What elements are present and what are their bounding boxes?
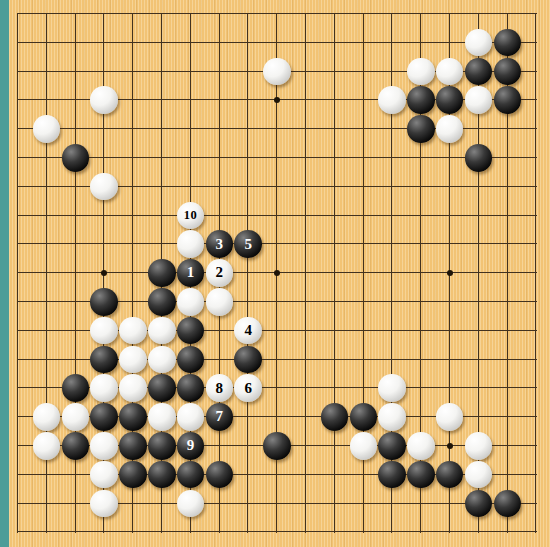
intersection-12-4[interactable] [349, 115, 378, 144]
intersection-5-7[interactable] [147, 201, 176, 230]
intersection-15-11[interactable] [435, 316, 464, 345]
intersection-2-15[interactable] [61, 431, 90, 460]
intersection-18-5[interactable] [522, 143, 550, 172]
intersection-13-5[interactable] [378, 143, 407, 172]
intersection-17-4[interactable] [493, 115, 522, 144]
intersection-4-9[interactable] [119, 259, 148, 288]
intersection-13-17[interactable] [378, 489, 407, 518]
intersection-11-8[interactable] [320, 230, 349, 259]
intersection-5-3[interactable] [147, 86, 176, 115]
intersection-11-7[interactable] [320, 201, 349, 230]
intersection-16-10[interactable] [464, 287, 493, 316]
intersection-17-15[interactable] [493, 431, 522, 460]
intersection-9-10[interactable] [263, 287, 292, 316]
intersection-15-0[interactable] [435, 0, 464, 28]
intersection-11-1[interactable] [320, 28, 349, 57]
intersection-12-12[interactable] [349, 345, 378, 374]
intersection-1-5[interactable] [32, 143, 61, 172]
intersection-10-7[interactable] [291, 201, 320, 230]
intersection-1-15[interactable] [32, 431, 61, 460]
intersection-5-17[interactable] [147, 489, 176, 518]
intersection-3-6[interactable] [90, 172, 119, 201]
intersection-3-5[interactable] [90, 143, 119, 172]
intersection-3-14[interactable] [90, 403, 119, 432]
intersection-8-2[interactable] [234, 57, 263, 86]
intersection-17-5[interactable] [493, 143, 522, 172]
intersection-8-15[interactable] [234, 431, 263, 460]
intersection-17-3[interactable] [493, 86, 522, 115]
intersection-1-3[interactable] [32, 86, 61, 115]
intersection-5-4[interactable] [147, 115, 176, 144]
intersection-4-5[interactable] [119, 143, 148, 172]
intersection-18-17[interactable] [522, 489, 550, 518]
intersection-9-1[interactable] [263, 28, 292, 57]
intersection-9-2[interactable] [263, 57, 292, 86]
intersection-5-14[interactable] [147, 403, 176, 432]
intersection-3-7[interactable] [90, 201, 119, 230]
intersection-1-13[interactable] [32, 374, 61, 403]
intersection-17-10[interactable] [493, 287, 522, 316]
intersection-5-6[interactable] [147, 172, 176, 201]
intersection-11-0[interactable] [320, 0, 349, 28]
intersection-7-5[interactable] [205, 143, 234, 172]
intersection-15-18[interactable] [435, 518, 464, 547]
intersection-14-2[interactable] [407, 57, 436, 86]
intersection-13-7[interactable] [378, 201, 407, 230]
intersection-9-4[interactable] [263, 115, 292, 144]
intersection-14-6[interactable] [407, 172, 436, 201]
intersection-18-7[interactable] [522, 201, 550, 230]
intersection-5-11[interactable] [147, 316, 176, 345]
intersection-12-0[interactable] [349, 0, 378, 28]
intersection-11-15[interactable] [320, 431, 349, 460]
intersection-16-3[interactable] [464, 86, 493, 115]
intersection-10-1[interactable] [291, 28, 320, 57]
intersection-15-8[interactable] [435, 230, 464, 259]
intersection-9-8[interactable] [263, 230, 292, 259]
intersection-12-16[interactable] [349, 460, 378, 489]
intersection-4-10[interactable] [119, 287, 148, 316]
intersection-14-9[interactable] [407, 259, 436, 288]
intersection-6-4[interactable] [176, 115, 205, 144]
intersection-13-9[interactable] [378, 259, 407, 288]
intersection-4-0[interactable] [119, 0, 148, 28]
intersection-9-12[interactable] [263, 345, 292, 374]
intersection-15-3[interactable] [435, 86, 464, 115]
intersection-1-4[interactable] [32, 115, 61, 144]
intersection-14-12[interactable] [407, 345, 436, 374]
intersection-8-12[interactable] [234, 345, 263, 374]
intersection-1-18[interactable] [32, 518, 61, 547]
intersection-16-9[interactable] [464, 259, 493, 288]
intersection-9-13[interactable] [263, 374, 292, 403]
intersection-8-11[interactable]: 4 [234, 316, 263, 345]
intersection-17-7[interactable] [493, 201, 522, 230]
intersection-18-10[interactable] [522, 287, 550, 316]
intersection-17-13[interactable] [493, 374, 522, 403]
intersection-15-14[interactable] [435, 403, 464, 432]
intersection-2-6[interactable] [61, 172, 90, 201]
intersection-11-10[interactable] [320, 287, 349, 316]
intersection-14-3[interactable] [407, 86, 436, 115]
intersection-2-9[interactable] [61, 259, 90, 288]
intersection-14-10[interactable] [407, 287, 436, 316]
intersection-13-4[interactable] [378, 115, 407, 144]
intersection-2-3[interactable] [61, 86, 90, 115]
intersection-13-12[interactable] [378, 345, 407, 374]
intersection-14-1[interactable] [407, 28, 436, 57]
intersection-15-5[interactable] [435, 143, 464, 172]
intersection-7-1[interactable] [205, 28, 234, 57]
intersection-5-12[interactable] [147, 345, 176, 374]
intersection-6-0[interactable] [176, 0, 205, 28]
intersection-10-8[interactable] [291, 230, 320, 259]
intersection-13-6[interactable] [378, 172, 407, 201]
intersection-1-7[interactable] [32, 201, 61, 230]
intersection-15-17[interactable] [435, 489, 464, 518]
intersection-4-1[interactable] [119, 28, 148, 57]
intersection-7-6[interactable] [205, 172, 234, 201]
intersection-11-11[interactable] [320, 316, 349, 345]
intersection-3-13[interactable] [90, 374, 119, 403]
intersection-2-18[interactable] [61, 518, 90, 547]
intersection-8-0[interactable] [234, 0, 263, 28]
intersection-7-7[interactable] [205, 201, 234, 230]
intersection-17-9[interactable] [493, 259, 522, 288]
intersection-10-3[interactable] [291, 86, 320, 115]
intersection-13-8[interactable] [378, 230, 407, 259]
intersection-2-17[interactable] [61, 489, 90, 518]
intersection-17-2[interactable] [493, 57, 522, 86]
intersection-8-6[interactable] [234, 172, 263, 201]
intersection-8-17[interactable] [234, 489, 263, 518]
intersection-1-9[interactable] [32, 259, 61, 288]
intersection-15-9[interactable] [435, 259, 464, 288]
intersection-18-13[interactable] [522, 374, 550, 403]
intersection-5-16[interactable] [147, 460, 176, 489]
intersection-7-2[interactable] [205, 57, 234, 86]
intersection-8-1[interactable] [234, 28, 263, 57]
intersection-2-0[interactable] [61, 0, 90, 28]
intersection-17-6[interactable] [493, 172, 522, 201]
intersection-9-6[interactable] [263, 172, 292, 201]
intersection-10-13[interactable] [291, 374, 320, 403]
intersection-18-14[interactable] [522, 403, 550, 432]
intersection-11-5[interactable] [320, 143, 349, 172]
intersection-4-13[interactable] [119, 374, 148, 403]
intersection-2-5[interactable] [61, 143, 90, 172]
intersection-14-18[interactable] [407, 518, 436, 547]
intersection-5-18[interactable] [147, 518, 176, 547]
intersection-11-16[interactable] [320, 460, 349, 489]
intersection-4-3[interactable] [119, 86, 148, 115]
intersection-2-4[interactable] [61, 115, 90, 144]
intersection-1-2[interactable] [32, 57, 61, 86]
intersection-15-7[interactable] [435, 201, 464, 230]
intersection-6-9[interactable]: 1 [176, 259, 205, 288]
intersection-13-0[interactable] [378, 0, 407, 28]
intersection-17-17[interactable] [493, 489, 522, 518]
intersection-13-15[interactable] [378, 431, 407, 460]
intersection-6-2[interactable] [176, 57, 205, 86]
intersection-14-8[interactable] [407, 230, 436, 259]
intersection-10-6[interactable] [291, 172, 320, 201]
intersection-14-11[interactable] [407, 316, 436, 345]
intersection-10-17[interactable] [291, 489, 320, 518]
intersection-8-18[interactable] [234, 518, 263, 547]
intersection-2-8[interactable] [61, 230, 90, 259]
intersection-2-11[interactable] [61, 316, 90, 345]
intersection-13-10[interactable] [378, 287, 407, 316]
intersection-8-7[interactable] [234, 201, 263, 230]
intersection-16-11[interactable] [464, 316, 493, 345]
intersection-16-2[interactable] [464, 57, 493, 86]
intersection-14-5[interactable] [407, 143, 436, 172]
intersection-15-16[interactable] [435, 460, 464, 489]
intersection-7-11[interactable] [205, 316, 234, 345]
intersection-3-2[interactable] [90, 57, 119, 86]
intersection-5-0[interactable] [147, 0, 176, 28]
intersection-5-1[interactable] [147, 28, 176, 57]
intersection-4-11[interactable] [119, 316, 148, 345]
intersection-16-1[interactable] [464, 28, 493, 57]
intersection-4-6[interactable] [119, 172, 148, 201]
intersection-3-10[interactable] [90, 287, 119, 316]
intersection-12-11[interactable] [349, 316, 378, 345]
intersection-5-9[interactable] [147, 259, 176, 288]
intersection-10-16[interactable] [291, 460, 320, 489]
intersection-3-0[interactable] [90, 0, 119, 28]
intersection-18-15[interactable] [522, 431, 550, 460]
intersection-5-2[interactable] [147, 57, 176, 86]
intersection-8-8[interactable]: 5 [234, 230, 263, 259]
intersection-13-3[interactable] [378, 86, 407, 115]
intersection-18-2[interactable] [522, 57, 550, 86]
intersection-15-12[interactable] [435, 345, 464, 374]
intersection-5-8[interactable] [147, 230, 176, 259]
intersection-14-4[interactable] [407, 115, 436, 144]
intersection-8-5[interactable] [234, 143, 263, 172]
intersection-16-17[interactable] [464, 489, 493, 518]
intersection-11-13[interactable] [320, 374, 349, 403]
intersection-12-6[interactable] [349, 172, 378, 201]
intersection-12-10[interactable] [349, 287, 378, 316]
intersection-9-18[interactable] [263, 518, 292, 547]
intersection-3-9[interactable] [90, 259, 119, 288]
intersection-5-10[interactable] [147, 287, 176, 316]
intersection-1-8[interactable] [32, 230, 61, 259]
intersection-11-17[interactable] [320, 489, 349, 518]
intersection-2-1[interactable] [61, 28, 90, 57]
intersection-14-15[interactable] [407, 431, 436, 460]
intersection-9-9[interactable] [263, 259, 292, 288]
intersection-3-8[interactable] [90, 230, 119, 259]
intersection-16-8[interactable] [464, 230, 493, 259]
intersection-2-13[interactable] [61, 374, 90, 403]
intersection-17-8[interactable] [493, 230, 522, 259]
intersection-4-14[interactable] [119, 403, 148, 432]
intersection-10-11[interactable] [291, 316, 320, 345]
intersection-3-15[interactable] [90, 431, 119, 460]
intersection-12-1[interactable] [349, 28, 378, 57]
intersection-13-2[interactable] [378, 57, 407, 86]
intersection-18-6[interactable] [522, 172, 550, 201]
intersection-7-14[interactable]: 7 [205, 403, 234, 432]
intersection-16-0[interactable] [464, 0, 493, 28]
intersection-12-18[interactable] [349, 518, 378, 547]
intersection-13-16[interactable] [378, 460, 407, 489]
intersection-3-1[interactable] [90, 28, 119, 57]
intersection-13-13[interactable] [378, 374, 407, 403]
intersection-18-18[interactable] [522, 518, 550, 547]
intersection-6-8[interactable] [176, 230, 205, 259]
intersection-11-4[interactable] [320, 115, 349, 144]
intersection-3-18[interactable] [90, 518, 119, 547]
intersection-4-8[interactable] [119, 230, 148, 259]
intersection-16-18[interactable] [464, 518, 493, 547]
intersection-4-17[interactable] [119, 489, 148, 518]
intersection-12-7[interactable] [349, 201, 378, 230]
intersection-1-10[interactable] [32, 287, 61, 316]
intersection-3-3[interactable] [90, 86, 119, 115]
intersection-15-6[interactable] [435, 172, 464, 201]
intersection-10-0[interactable] [291, 0, 320, 28]
intersection-8-14[interactable] [234, 403, 263, 432]
intersection-2-12[interactable] [61, 345, 90, 374]
intersection-7-16[interactable] [205, 460, 234, 489]
intersection-9-15[interactable] [263, 431, 292, 460]
intersection-12-5[interactable] [349, 143, 378, 172]
intersection-1-12[interactable] [32, 345, 61, 374]
intersection-4-16[interactable] [119, 460, 148, 489]
intersection-1-11[interactable] [32, 316, 61, 345]
intersection-7-18[interactable] [205, 518, 234, 547]
intersection-9-3[interactable] [263, 86, 292, 115]
intersection-1-1[interactable] [32, 28, 61, 57]
intersection-17-12[interactable] [493, 345, 522, 374]
intersection-11-2[interactable] [320, 57, 349, 86]
go-board[interactable]: 10351248679 [3, 0, 550, 547]
intersection-7-9[interactable]: 2 [205, 259, 234, 288]
intersection-12-3[interactable] [349, 86, 378, 115]
intersection-10-5[interactable] [291, 143, 320, 172]
intersection-7-13[interactable]: 8 [205, 374, 234, 403]
intersection-8-10[interactable] [234, 287, 263, 316]
intersection-10-18[interactable] [291, 518, 320, 547]
intersection-8-13[interactable]: 6 [234, 374, 263, 403]
intersection-18-3[interactable] [522, 86, 550, 115]
intersection-9-7[interactable] [263, 201, 292, 230]
intersection-7-12[interactable] [205, 345, 234, 374]
intersection-17-11[interactable] [493, 316, 522, 345]
intersection-16-13[interactable] [464, 374, 493, 403]
intersection-13-11[interactable] [378, 316, 407, 345]
intersection-2-14[interactable] [61, 403, 90, 432]
intersection-4-12[interactable] [119, 345, 148, 374]
intersection-17-0[interactable] [493, 0, 522, 28]
intersection-11-3[interactable] [320, 86, 349, 115]
intersection-6-10[interactable] [176, 287, 205, 316]
intersection-3-11[interactable] [90, 316, 119, 345]
intersection-1-16[interactable] [32, 460, 61, 489]
intersection-6-14[interactable] [176, 403, 205, 432]
intersection-6-18[interactable] [176, 518, 205, 547]
intersection-7-10[interactable] [205, 287, 234, 316]
intersection-14-17[interactable] [407, 489, 436, 518]
intersection-14-16[interactable] [407, 460, 436, 489]
intersection-12-17[interactable] [349, 489, 378, 518]
intersection-4-7[interactable] [119, 201, 148, 230]
intersection-16-6[interactable] [464, 172, 493, 201]
intersection-10-4[interactable] [291, 115, 320, 144]
intersection-14-13[interactable] [407, 374, 436, 403]
intersection-16-7[interactable] [464, 201, 493, 230]
intersection-6-17[interactable] [176, 489, 205, 518]
intersection-15-15[interactable] [435, 431, 464, 460]
intersection-17-1[interactable] [493, 28, 522, 57]
intersection-2-7[interactable] [61, 201, 90, 230]
intersection-8-4[interactable] [234, 115, 263, 144]
intersection-12-15[interactable] [349, 431, 378, 460]
intersection-15-13[interactable] [435, 374, 464, 403]
intersection-16-15[interactable] [464, 431, 493, 460]
intersection-17-14[interactable] [493, 403, 522, 432]
intersection-10-9[interactable] [291, 259, 320, 288]
intersection-18-16[interactable] [522, 460, 550, 489]
intersection-9-14[interactable] [263, 403, 292, 432]
intersection-7-8[interactable]: 3 [205, 230, 234, 259]
intersection-3-17[interactable] [90, 489, 119, 518]
intersection-13-14[interactable] [378, 403, 407, 432]
intersection-13-18[interactable] [378, 518, 407, 547]
intersection-9-5[interactable] [263, 143, 292, 172]
intersection-6-13[interactable] [176, 374, 205, 403]
intersection-12-13[interactable] [349, 374, 378, 403]
intersection-15-4[interactable] [435, 115, 464, 144]
intersection-7-17[interactable] [205, 489, 234, 518]
intersection-16-4[interactable] [464, 115, 493, 144]
intersection-6-15[interactable]: 9 [176, 431, 205, 460]
intersection-3-16[interactable] [90, 460, 119, 489]
intersection-12-9[interactable] [349, 259, 378, 288]
intersection-9-17[interactable] [263, 489, 292, 518]
intersection-8-9[interactable] [234, 259, 263, 288]
intersection-11-9[interactable] [320, 259, 349, 288]
intersection-4-18[interactable] [119, 518, 148, 547]
intersection-16-14[interactable] [464, 403, 493, 432]
intersection-18-9[interactable] [522, 259, 550, 288]
intersection-13-1[interactable] [378, 28, 407, 57]
intersection-1-6[interactable] [32, 172, 61, 201]
intersection-8-16[interactable] [234, 460, 263, 489]
intersection-9-0[interactable] [263, 0, 292, 28]
intersection-9-16[interactable] [263, 460, 292, 489]
intersection-6-3[interactable] [176, 86, 205, 115]
intersection-18-11[interactable] [522, 316, 550, 345]
intersection-6-7[interactable]: 10 [176, 201, 205, 230]
intersection-6-16[interactable] [176, 460, 205, 489]
intersection-5-15[interactable] [147, 431, 176, 460]
intersection-5-5[interactable] [147, 143, 176, 172]
intersection-11-6[interactable] [320, 172, 349, 201]
intersection-1-14[interactable] [32, 403, 61, 432]
intersection-18-0[interactable] [522, 0, 550, 28]
intersection-6-5[interactable] [176, 143, 205, 172]
intersection-12-8[interactable] [349, 230, 378, 259]
intersection-1-17[interactable] [32, 489, 61, 518]
intersection-3-12[interactable] [90, 345, 119, 374]
intersection-6-1[interactable] [176, 28, 205, 57]
